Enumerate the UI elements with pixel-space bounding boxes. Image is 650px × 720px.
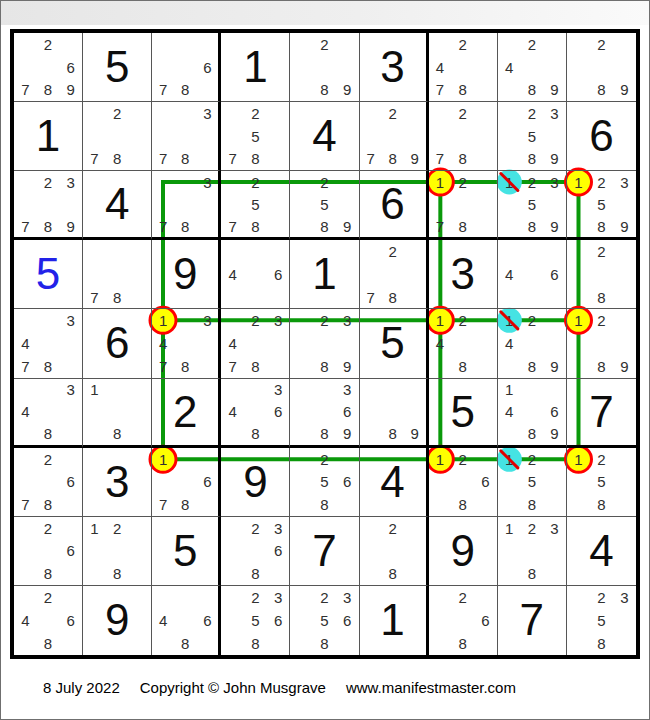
- pencil-mark-2: 2: [37, 448, 60, 471]
- pencil-mark-8: 8: [174, 632, 196, 655]
- pencil-mark-7: 7: [152, 355, 174, 378]
- pencil-mark-8: 8: [520, 562, 543, 585]
- pencil-mark-6: 6: [59, 56, 82, 79]
- pencil-mark-9: 9: [543, 355, 566, 378]
- cell-r3c7[interactable]: 1278: [429, 171, 498, 240]
- pencil-mark-2: 2: [590, 309, 613, 332]
- pencil-mark-2: 2: [520, 33, 543, 56]
- cell-r1c3[interactable]: 678: [152, 33, 221, 102]
- pencil-mark-2: 2: [313, 309, 336, 332]
- cell-r6c3[interactable]: 2: [152, 379, 221, 448]
- pencil-mark-3: 3: [543, 171, 566, 193]
- pencil-mark-5: 5: [313, 193, 336, 215]
- pencil-mark-8: 8: [451, 632, 474, 655]
- pencil-mark-8: 8: [37, 632, 60, 655]
- pencil-mark-2: 2: [244, 309, 267, 332]
- cell-r6c2[interactable]: 18: [83, 379, 152, 448]
- cell-r1c9[interactable]: 289: [567, 33, 636, 102]
- solved-digit: 2: [152, 379, 218, 445]
- pencil-mark-8: 8: [313, 632, 336, 655]
- pencil-mark-9: 9: [543, 78, 566, 101]
- pencil-mark-8: 8: [37, 78, 60, 101]
- cell-r1c2[interactable]: 5: [83, 33, 152, 102]
- cell-r3c5[interactable]: 2589: [290, 171, 359, 240]
- pencil-mark-7: 7: [221, 215, 244, 237]
- pencil-mark-5: 5: [520, 193, 543, 215]
- pencil-mark-3: 3: [267, 379, 290, 401]
- footer-copyright: Copyright © John Musgrave: [140, 679, 326, 696]
- cell-r9c6[interactable]: 1: [360, 586, 429, 655]
- pencil-mark-8: 8: [451, 355, 474, 378]
- pencil-mark-4: 4: [498, 401, 521, 423]
- pencil-mark-6: 6: [543, 263, 566, 286]
- cell-r6c7[interactable]: 5: [429, 379, 498, 448]
- pencil-mark-2: 2: [520, 309, 543, 332]
- solved-digit: 1: [14, 102, 82, 170]
- cell-r7c5[interactable]: 2568: [290, 448, 359, 517]
- pencil-mark-8: 8: [244, 562, 267, 585]
- pencil-mark-6: 6: [59, 470, 82, 493]
- pencil-mark-2: 2: [451, 171, 474, 193]
- cell-r1c4[interactable]: 1: [221, 33, 290, 102]
- pencil-mark-9: 9: [336, 423, 359, 445]
- pencil-mark-3: 3: [59, 379, 82, 401]
- pencil-mark-8: 8: [244, 148, 267, 171]
- cell-r8c5[interactable]: 7: [290, 517, 359, 586]
- pencil-mark-9: 9: [543, 423, 566, 445]
- pencil-mark-7: 7: [83, 286, 106, 309]
- solved-digit: 9: [152, 240, 218, 308]
- pencil-mark-1: 1: [429, 309, 452, 332]
- footer-url: www.manifestmaster.com: [346, 679, 516, 696]
- pencil-mark-6: 6: [196, 470, 218, 493]
- cell-r2c8[interactable]: 23589: [498, 102, 567, 171]
- pencil-mark-6: 6: [336, 609, 359, 632]
- pencil-mark-2: 2: [37, 586, 60, 609]
- cell-r2c6[interactable]: 2789: [360, 102, 429, 171]
- cell-r9c3[interactable]: 468: [152, 586, 221, 655]
- pencil-mark-3: 3: [543, 102, 566, 125]
- pencil-mark-2: 2: [313, 448, 336, 471]
- pencil-mark-4: 4: [498, 332, 521, 355]
- pencil-mark-3: 3: [196, 171, 218, 193]
- cell-r4c3[interactable]: 9: [152, 240, 221, 309]
- pencil-mark-8: 8: [382, 148, 404, 171]
- pencil-mark-2: 2: [451, 33, 474, 56]
- pencil-mark-8: 8: [590, 286, 613, 309]
- cell-r2c7[interactable]: 278: [429, 102, 498, 171]
- pencil-mark-8: 8: [590, 355, 613, 378]
- pencil-mark-1: 1: [498, 448, 521, 471]
- pencil-mark-3: 3: [336, 586, 359, 609]
- solved-digit: 9: [83, 586, 151, 655]
- pencil-mark-1: 1: [429, 171, 452, 193]
- pencil-mark-8: 8: [520, 493, 543, 516]
- page: 2678956781289324782489289127837825784278…: [0, 0, 650, 720]
- pencil-mark-3: 3: [267, 309, 290, 332]
- pencil-mark-2: 2: [520, 448, 543, 471]
- pencil-mark-1: 1: [498, 171, 521, 193]
- pencil-mark-6: 6: [267, 539, 290, 562]
- cell-r5c7[interactable]: 1248: [429, 309, 498, 378]
- cell-r4c1[interactable]: 5: [14, 240, 83, 309]
- pencil-mark-1: 1: [152, 309, 174, 332]
- cell-r4c4[interactable]: 46: [221, 240, 290, 309]
- pencil-mark-2: 2: [382, 517, 404, 540]
- pencil-mark-8: 8: [520, 78, 543, 101]
- pencil-mark-7: 7: [221, 148, 244, 171]
- pencil-mark-1: 1: [498, 517, 521, 540]
- cell-r6c5[interactable]: 3689: [290, 379, 359, 448]
- pencil-mark-8: 8: [590, 632, 613, 655]
- pencil-mark-1: 1: [83, 379, 106, 401]
- pencil-mark-2: 2: [106, 517, 129, 540]
- pencil-mark-8: 8: [451, 493, 474, 516]
- pencil-mark-6: 6: [267, 263, 290, 286]
- cell-r4c6[interactable]: 278: [360, 240, 429, 309]
- pencil-mark-7: 7: [14, 493, 37, 516]
- solved-digit: 7: [290, 517, 358, 585]
- pencil-mark-8: 8: [37, 215, 60, 237]
- cell-r6c8[interactable]: 14689: [498, 379, 567, 448]
- pencil-mark-8: 8: [451, 215, 474, 237]
- pencil-mark-1: 1: [83, 517, 106, 540]
- pencil-mark-6: 6: [474, 470, 497, 493]
- pencil-mark-9: 9: [59, 78, 82, 101]
- cell-r9c2[interactable]: 9: [83, 586, 152, 655]
- solved-digit: 4: [290, 102, 358, 170]
- pencil-mark-9: 9: [336, 78, 359, 101]
- cell-r1c8[interactable]: 2489: [498, 33, 567, 102]
- pencil-mark-6: 6: [59, 539, 82, 562]
- cell-r9c9[interactable]: 2358: [567, 586, 636, 655]
- pencil-mark-8: 8: [174, 493, 196, 516]
- cell-r3c2[interactable]: 4: [83, 171, 152, 240]
- solved-digit: 3: [83, 448, 151, 516]
- pencil-mark-8: 8: [37, 355, 60, 378]
- pencil-mark-2: 2: [382, 240, 404, 263]
- cell-r3c6[interactable]: 6: [360, 171, 429, 240]
- cell-r8c9[interactable]: 4: [567, 517, 636, 586]
- pencil-mark-8: 8: [313, 423, 336, 445]
- pencil-mark-5: 5: [313, 609, 336, 632]
- cell-r9c8[interactable]: 7: [498, 586, 567, 655]
- cell-r5c4[interactable]: 23478: [221, 309, 290, 378]
- pencil-mark-2: 2: [244, 171, 267, 193]
- cell-r6c4[interactable]: 3468: [221, 379, 290, 448]
- pencil-mark-2: 2: [590, 33, 613, 56]
- cell-r7c2[interactable]: 3: [83, 448, 152, 517]
- pencil-mark-4: 4: [14, 401, 37, 423]
- cell-r3c8[interactable]: 123589: [498, 171, 567, 240]
- pencil-mark-9: 9: [613, 215, 636, 237]
- solved-digit: 6: [360, 171, 426, 237]
- pencil-mark-8: 8: [174, 215, 196, 237]
- pencil-mark-8: 8: [174, 148, 196, 171]
- cell-r8c7[interactable]: 9: [429, 517, 498, 586]
- pencil-mark-4: 4: [14, 332, 37, 355]
- pencil-mark-7: 7: [83, 148, 106, 171]
- pencil-mark-2: 2: [451, 448, 474, 471]
- pencil-mark-2: 2: [520, 102, 543, 125]
- cell-r4c7[interactable]: 3: [429, 240, 498, 309]
- sudoku-grid: 2678956781289324782489289127837825784278…: [14, 33, 636, 655]
- pencil-mark-7: 7: [360, 148, 382, 171]
- pencil-mark-4: 4: [498, 56, 521, 79]
- solved-digit: 1: [221, 33, 289, 101]
- pencil-mark-1: 1: [498, 379, 521, 401]
- pencil-mark-2: 2: [590, 240, 613, 263]
- solved-digit: 4: [83, 171, 151, 237]
- solved-digit: 6: [567, 102, 636, 170]
- cell-r8c3[interactable]: 5: [152, 517, 221, 586]
- pencil-mark-6: 6: [196, 56, 218, 79]
- pencil-mark-7: 7: [152, 78, 174, 101]
- pencil-mark-6: 6: [474, 609, 497, 632]
- pencil-mark-3: 3: [613, 586, 636, 609]
- pencil-mark-4: 4: [152, 609, 174, 632]
- pencil-mark-2: 2: [244, 517, 267, 540]
- pencil-mark-1: 1: [567, 448, 590, 471]
- pencil-mark-2: 2: [106, 102, 129, 125]
- cell-r4c8[interactable]: 46: [498, 240, 567, 309]
- pencil-mark-3: 3: [59, 171, 82, 193]
- pencil-mark-5: 5: [520, 470, 543, 493]
- cell-r3c1[interactable]: 23789: [14, 171, 83, 240]
- pencil-mark-2: 2: [451, 309, 474, 332]
- cell-r6c9[interactable]: 7: [567, 379, 636, 448]
- solved-digit: 3: [429, 240, 497, 308]
- pencil-mark-2: 2: [313, 586, 336, 609]
- pencil-mark-8: 8: [313, 78, 336, 101]
- cell-r1c7[interactable]: 2478: [429, 33, 498, 102]
- pencil-mark-2: 2: [451, 102, 474, 125]
- cell-r6c6[interactable]: 89: [360, 379, 429, 448]
- pencil-mark-2: 2: [244, 102, 267, 125]
- pencil-mark-2: 2: [451, 586, 474, 609]
- pencil-mark-5: 5: [520, 125, 543, 148]
- pencil-mark-5: 5: [244, 609, 267, 632]
- pencil-mark-5: 5: [590, 193, 613, 215]
- cell-r1c6[interactable]: 3: [360, 33, 429, 102]
- pencil-mark-8: 8: [106, 286, 129, 309]
- pencil-mark-7: 7: [14, 215, 37, 237]
- solved-digit: 4: [360, 448, 426, 516]
- pencil-mark-8: 8: [590, 493, 613, 516]
- cell-r5c3[interactable]: 13478: [152, 309, 221, 378]
- pencil-mark-9: 9: [543, 215, 566, 237]
- cell-r2c9[interactable]: 6: [567, 102, 636, 171]
- cell-r5c1[interactable]: 3478: [14, 309, 83, 378]
- pencil-mark-5: 5: [590, 470, 613, 493]
- pencil-mark-8: 8: [37, 562, 60, 585]
- solved-digit: 4: [567, 517, 636, 585]
- cell-r4c9[interactable]: 28: [567, 240, 636, 309]
- pencil-mark-8: 8: [382, 286, 404, 309]
- cell-r9c4[interactable]: 23568: [221, 586, 290, 655]
- pencil-mark-7: 7: [14, 355, 37, 378]
- solved-digit: 9: [221, 448, 289, 516]
- cell-r7c7[interactable]: 1268: [429, 448, 498, 517]
- pencil-mark-8: 8: [106, 148, 129, 171]
- cell-r8c2[interactable]: 128: [83, 517, 152, 586]
- cell-r7c1[interactable]: 2678: [14, 448, 83, 517]
- pencil-mark-8: 8: [174, 355, 196, 378]
- cell-r7c8[interactable]: 1258: [498, 448, 567, 517]
- cell-r5c5[interactable]: 2389: [290, 309, 359, 378]
- solved-digit: 5: [83, 33, 151, 101]
- top-bar: [1, 1, 649, 25]
- pencil-mark-8: 8: [244, 215, 267, 237]
- cell-r5c8[interactable]: 12489: [498, 309, 567, 378]
- cell-r4c2[interactable]: 78: [83, 240, 152, 309]
- cell-r5c2[interactable]: 6: [83, 309, 152, 378]
- pencil-mark-7: 7: [429, 78, 452, 101]
- pencil-mark-3: 3: [267, 586, 290, 609]
- pencil-mark-8: 8: [520, 423, 543, 445]
- pencil-mark-3: 3: [196, 309, 218, 332]
- pencil-mark-8: 8: [313, 355, 336, 378]
- pencil-mark-4: 4: [221, 263, 244, 286]
- pencil-mark-4: 4: [221, 332, 244, 355]
- cell-r4c5[interactable]: 1: [290, 240, 359, 309]
- pencil-mark-8: 8: [313, 493, 336, 516]
- cell-r1c5[interactable]: 289: [290, 33, 359, 102]
- pencil-mark-8: 8: [382, 562, 404, 585]
- pencil-mark-6: 6: [336, 470, 359, 493]
- pencil-mark-7: 7: [429, 215, 452, 237]
- cell-r8c1[interactable]: 268: [14, 517, 83, 586]
- pencil-mark-1: 1: [567, 171, 590, 193]
- pencil-mark-7: 7: [152, 493, 174, 516]
- pencil-mark-8: 8: [382, 423, 404, 445]
- solved-digit: 7: [567, 379, 636, 445]
- pencil-mark-6: 6: [267, 401, 290, 423]
- cell-r7c6[interactable]: 4: [360, 448, 429, 517]
- pencil-mark-2: 2: [520, 517, 543, 540]
- pencil-mark-6: 6: [543, 401, 566, 423]
- cell-r2c4[interactable]: 2578: [221, 102, 290, 171]
- cell-r8c6[interactable]: 28: [360, 517, 429, 586]
- footer-date: 8 July 2022: [43, 679, 120, 696]
- pencil-mark-5: 5: [313, 470, 336, 493]
- cell-r2c3[interactable]: 378: [152, 102, 221, 171]
- pencil-mark-3: 3: [59, 309, 82, 332]
- solved-digit: 6: [83, 309, 151, 377]
- pencil-mark-8: 8: [313, 215, 336, 237]
- solved-digit: 1: [290, 240, 358, 308]
- cell-r3c9[interactable]: 123589: [567, 171, 636, 240]
- pencil-mark-8: 8: [244, 423, 267, 445]
- pencil-mark-5: 5: [590, 609, 613, 632]
- cell-r8c8[interactable]: 1238: [498, 517, 567, 586]
- pencil-mark-9: 9: [404, 148, 426, 171]
- pencil-mark-7: 7: [221, 355, 244, 378]
- cell-r2c1[interactable]: 1: [14, 102, 83, 171]
- cell-r3c3[interactable]: 378: [152, 171, 221, 240]
- pencil-mark-7: 7: [152, 215, 174, 237]
- pencil-mark-4: 4: [498, 263, 521, 286]
- sudoku-board: 2678956781289324782489289127837825784278…: [10, 29, 640, 659]
- pencil-mark-4: 4: [152, 332, 174, 355]
- pencil-mark-8: 8: [451, 148, 474, 171]
- pencil-mark-7: 7: [429, 148, 452, 171]
- pencil-mark-6: 6: [336, 401, 359, 423]
- cell-r7c3[interactable]: 1678: [152, 448, 221, 517]
- pencil-mark-2: 2: [590, 171, 613, 193]
- pencil-mark-3: 3: [613, 171, 636, 193]
- cell-r9c1[interactable]: 2468: [14, 586, 83, 655]
- pencil-mark-9: 9: [404, 423, 426, 445]
- pencil-mark-2: 2: [590, 586, 613, 609]
- solved-digit: 5: [429, 379, 497, 445]
- pencil-mark-8: 8: [174, 78, 196, 101]
- pencil-mark-6: 6: [196, 609, 218, 632]
- cell-r9c7[interactable]: 268: [429, 586, 498, 655]
- pencil-mark-2: 2: [37, 33, 60, 56]
- pencil-mark-8: 8: [520, 355, 543, 378]
- pencil-mark-8: 8: [451, 78, 474, 101]
- pencil-mark-1: 1: [152, 448, 174, 471]
- cell-r3c4[interactable]: 2578: [221, 171, 290, 240]
- cell-r9c5[interactable]: 23568: [290, 586, 359, 655]
- pencil-mark-2: 2: [313, 171, 336, 193]
- pencil-mark-2: 2: [244, 586, 267, 609]
- solved-digit: 3: [360, 33, 426, 101]
- pencil-mark-6: 6: [267, 609, 290, 632]
- pencil-mark-1: 1: [429, 448, 452, 471]
- cell-r1c1[interactable]: 26789: [14, 33, 83, 102]
- pencil-mark-9: 9: [613, 355, 636, 378]
- solved-digit: 5: [360, 309, 426, 377]
- solved-digit: 1: [360, 586, 426, 655]
- entered-digit: 5: [14, 240, 82, 308]
- cell-r2c2[interactable]: 278: [83, 102, 152, 171]
- pencil-mark-8: 8: [520, 148, 543, 171]
- cell-r2c5[interactable]: 4: [290, 102, 359, 171]
- footer: 8 July 2022 Copyright © John Musgrave ww…: [43, 678, 516, 696]
- pencil-mark-5: 5: [244, 193, 267, 215]
- pencil-mark-8: 8: [590, 215, 613, 237]
- solved-digit: 5: [152, 517, 218, 585]
- pencil-mark-9: 9: [613, 78, 636, 101]
- pencil-mark-5: 5: [244, 125, 267, 148]
- pencil-mark-3: 3: [267, 517, 290, 540]
- pencil-mark-2: 2: [590, 448, 613, 471]
- cell-r6c1[interactable]: 348: [14, 379, 83, 448]
- pencil-mark-4: 4: [429, 56, 452, 79]
- pencil-mark-8: 8: [37, 493, 60, 516]
- pencil-mark-8: 8: [244, 632, 267, 655]
- pencil-mark-8: 8: [106, 562, 129, 585]
- pencil-mark-9: 9: [59, 215, 82, 237]
- cell-r7c9[interactable]: 1258: [567, 448, 636, 517]
- pencil-mark-8: 8: [244, 355, 267, 378]
- pencil-mark-9: 9: [543, 148, 566, 171]
- pencil-mark-6: 6: [59, 609, 82, 632]
- cell-r5c6[interactable]: 5: [360, 309, 429, 378]
- pencil-mark-3: 3: [336, 309, 359, 332]
- pencil-mark-7: 7: [152, 148, 174, 171]
- pencil-mark-1: 1: [567, 309, 590, 332]
- pencil-mark-2: 2: [382, 102, 404, 125]
- cell-r8c4[interactable]: 2368: [221, 517, 290, 586]
- cell-r5c9[interactable]: 1289: [567, 309, 636, 378]
- pencil-mark-7: 7: [360, 286, 382, 309]
- pencil-mark-7: 7: [14, 78, 37, 101]
- cell-r7c4[interactable]: 9: [221, 448, 290, 517]
- pencil-mark-2: 2: [520, 171, 543, 193]
